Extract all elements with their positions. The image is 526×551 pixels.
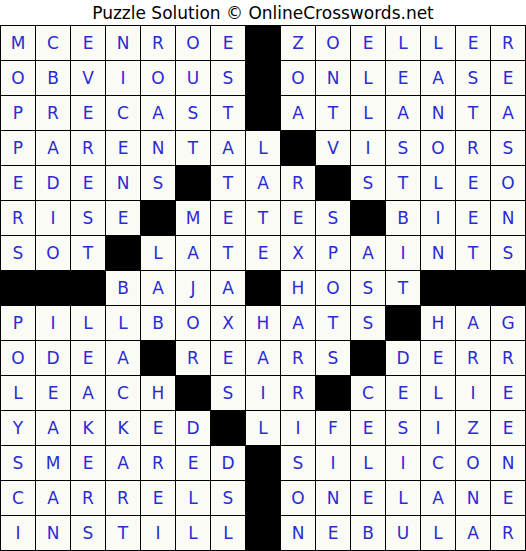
letter-cell-r4c2: A <box>36 131 70 165</box>
letter-cell-r14c10: N <box>316 481 350 515</box>
letter-cell-r4c6: T <box>176 131 210 165</box>
letter-cell-r9c14: A <box>456 306 490 340</box>
letter-cell-r11c2: E <box>36 376 70 410</box>
letter-cell-r13c14: O <box>456 446 490 480</box>
letter-cell-r4c13: O <box>421 131 455 165</box>
letter-cell-r14c2: A <box>36 481 70 515</box>
letter-cell-r13c10: I <box>316 446 350 480</box>
letter-cell-r7c6: A <box>176 236 210 270</box>
letter-cell-r12c1: Y <box>1 411 35 445</box>
block-cell-r8c1 <box>1 271 35 305</box>
letter-cell-r6c12: B <box>386 201 420 235</box>
letter-cell-r2c14: S <box>456 61 490 95</box>
block-cell-r3c8 <box>246 96 280 130</box>
letter-cell-r12c5: E <box>141 411 175 445</box>
letter-cell-r3c5: A <box>141 96 175 130</box>
letter-cell-r4c3: R <box>71 131 105 165</box>
letter-cell-r1c5: R <box>141 26 175 60</box>
block-cell-r15c8 <box>246 516 280 550</box>
letter-cell-r2c11: L <box>351 61 385 95</box>
letter-cell-r12c9: I <box>281 411 315 445</box>
letter-cell-r6c3: S <box>71 201 105 235</box>
letter-cell-r7c3: T <box>71 236 105 270</box>
letter-cell-r12c15: E <box>491 411 525 445</box>
letter-cell-r9c13: H <box>421 306 455 340</box>
letter-cell-r2c10: N <box>316 61 350 95</box>
letter-cell-r8c12: T <box>386 271 420 305</box>
letter-cell-r12c8: L <box>246 411 280 445</box>
letter-cell-r6c8: T <box>246 201 280 235</box>
letter-cell-r3c1: P <box>1 96 35 130</box>
letter-cell-r1c6: O <box>176 26 210 60</box>
letter-cell-r12c10: F <box>316 411 350 445</box>
letter-cell-r7c14: T <box>456 236 490 270</box>
letter-cell-r5c12: T <box>386 166 420 200</box>
letter-cell-r13c3: E <box>71 446 105 480</box>
letter-cell-r1c15: R <box>491 26 525 60</box>
letter-cell-r15c15: R <box>491 516 525 550</box>
letter-cell-r14c12: L <box>386 481 420 515</box>
letter-cell-r11c3: A <box>71 376 105 410</box>
letter-cell-r11c12: E <box>386 376 420 410</box>
letter-cell-r6c13: I <box>421 201 455 235</box>
letter-cell-r4c10: V <box>316 131 350 165</box>
letter-cell-r11c8: I <box>246 376 280 410</box>
letter-cell-r10c8: A <box>246 341 280 375</box>
letter-cell-r13c5: R <box>141 446 175 480</box>
letter-cell-r10c12: D <box>386 341 420 375</box>
letter-cell-r10c2: D <box>36 341 70 375</box>
letter-cell-r5c2: D <box>36 166 70 200</box>
letter-cell-r15c5: I <box>141 516 175 550</box>
letter-cell-r8c6: J <box>176 271 210 305</box>
page-title: Puzzle Solution © OnlineCrosswords.net <box>0 0 526 25</box>
letter-cell-r7c7: T <box>211 236 245 270</box>
letter-cell-r9c4: L <box>106 306 140 340</box>
letter-cell-r15c6: L <box>176 516 210 550</box>
letter-cell-r15c10: E <box>316 516 350 550</box>
letter-cell-r12c14: Z <box>456 411 490 445</box>
block-cell-r8c8 <box>246 271 280 305</box>
letter-cell-r9c9: A <box>281 306 315 340</box>
letter-cell-r10c10: S <box>316 341 350 375</box>
block-cell-r1c8 <box>246 26 280 60</box>
letter-cell-r15c14: A <box>456 516 490 550</box>
letter-cell-r6c2: I <box>36 201 70 235</box>
letter-cell-r5c15: O <box>491 166 525 200</box>
letter-cell-r5c5: S <box>141 166 175 200</box>
letter-cell-r6c14: E <box>456 201 490 235</box>
letter-cell-r14c7: S <box>211 481 245 515</box>
letter-cell-r7c1: S <box>1 236 35 270</box>
block-cell-r10c11 <box>351 341 385 375</box>
letter-cell-r3c14: T <box>456 96 490 130</box>
block-cell-r11c6 <box>176 376 210 410</box>
block-cell-r9c12 <box>386 306 420 340</box>
letter-cell-r2c13: A <box>421 61 455 95</box>
letter-cell-r4c1: P <box>1 131 35 165</box>
letter-cell-r12c6: D <box>176 411 210 445</box>
letter-cell-r15c13: L <box>421 516 455 550</box>
crossword-grid: MCENROEZOELLEROBVIOUSONLEASEPRECASTATLAN… <box>0 25 526 551</box>
letter-cell-r14c14: N <box>456 481 490 515</box>
block-cell-r5c6 <box>176 166 210 200</box>
letter-cell-r5c14: E <box>456 166 490 200</box>
block-cell-r13c8 <box>246 446 280 480</box>
letter-cell-r4c7: A <box>211 131 245 165</box>
letter-cell-r1c1: M <box>1 26 35 60</box>
letter-cell-r7c9: X <box>281 236 315 270</box>
letter-cell-r3c15: A <box>491 96 525 130</box>
letter-cell-r14c9: O <box>281 481 315 515</box>
letter-cell-r1c9: Z <box>281 26 315 60</box>
block-cell-r8c13 <box>421 271 455 305</box>
letter-cell-r3c9: A <box>281 96 315 130</box>
letter-cell-r15c11: B <box>351 516 385 550</box>
letter-cell-r3c6: S <box>176 96 210 130</box>
letter-cell-r10c14: R <box>456 341 490 375</box>
letter-cell-r3c12: A <box>386 96 420 130</box>
letter-cell-r11c1: L <box>1 376 35 410</box>
letter-cell-r15c9: N <box>281 516 315 550</box>
letter-cell-r15c1: I <box>1 516 35 550</box>
letter-cell-r14c1: C <box>1 481 35 515</box>
letter-cell-r9c2: I <box>36 306 70 340</box>
letter-cell-r11c4: C <box>106 376 140 410</box>
letter-cell-r13c9: S <box>281 446 315 480</box>
letter-cell-r4c5: N <box>141 131 175 165</box>
letter-cell-r9c11: S <box>351 306 385 340</box>
letter-cell-r6c7: E <box>211 201 245 235</box>
letter-cell-r13c7: D <box>211 446 245 480</box>
letter-cell-r3c4: C <box>106 96 140 130</box>
letter-cell-r12c4: K <box>106 411 140 445</box>
letter-cell-r8c11: S <box>351 271 385 305</box>
block-cell-r6c11 <box>351 201 385 235</box>
letter-cell-r13c2: M <box>36 446 70 480</box>
letter-cell-r2c1: O <box>1 61 35 95</box>
letter-cell-r1c3: E <box>71 26 105 60</box>
letter-cell-r7c11: A <box>351 236 385 270</box>
letter-cell-r10c7: E <box>211 341 245 375</box>
letter-cell-r14c13: A <box>421 481 455 515</box>
letter-cell-r2c3: V <box>71 61 105 95</box>
letter-cell-r13c4: A <box>106 446 140 480</box>
letter-cell-r2c4: I <box>106 61 140 95</box>
letter-cell-r6c15: N <box>491 201 525 235</box>
letter-cell-r3c3: E <box>71 96 105 130</box>
block-cell-r8c14 <box>456 271 490 305</box>
letter-cell-r3c10: T <box>316 96 350 130</box>
letter-cell-r11c5: H <box>141 376 175 410</box>
letter-cell-r4c8: L <box>246 131 280 165</box>
block-cell-r8c2 <box>36 271 70 305</box>
letter-cell-r7c15: S <box>491 236 525 270</box>
letter-cell-r14c15: E <box>491 481 525 515</box>
letter-cell-r14c11: E <box>351 481 385 515</box>
letter-cell-r10c6: R <box>176 341 210 375</box>
letter-cell-r7c10: P <box>316 236 350 270</box>
letter-cell-r9c5: B <box>141 306 175 340</box>
letter-cell-r5c11: S <box>351 166 385 200</box>
letter-cell-r13c13: C <box>421 446 455 480</box>
letter-cell-r2c12: E <box>386 61 420 95</box>
letter-cell-r3c7: T <box>211 96 245 130</box>
letter-cell-r9c1: P <box>1 306 35 340</box>
letter-cell-r1c2: C <box>36 26 70 60</box>
letter-cell-r10c3: E <box>71 341 105 375</box>
block-cell-r4c9 <box>281 131 315 165</box>
letter-cell-r4c12: S <box>386 131 420 165</box>
letter-cell-r2c15: E <box>491 61 525 95</box>
letter-cell-r11c9: R <box>281 376 315 410</box>
letter-cell-r1c10: O <box>316 26 350 60</box>
letter-cell-r1c14: E <box>456 26 490 60</box>
letter-cell-r5c8: A <box>246 166 280 200</box>
letter-cell-r9c6: O <box>176 306 210 340</box>
letter-cell-r2c9: O <box>281 61 315 95</box>
letter-cell-r11c14: I <box>456 376 490 410</box>
letter-cell-r15c4: T <box>106 516 140 550</box>
block-cell-r7c4 <box>106 236 140 270</box>
letter-cell-r9c8: H <box>246 306 280 340</box>
letter-cell-r5c7: T <box>211 166 245 200</box>
letter-cell-r4c15: S <box>491 131 525 165</box>
letter-cell-r15c7: L <box>211 516 245 550</box>
letter-cell-r2c2: B <box>36 61 70 95</box>
letter-cell-r6c10: S <box>316 201 350 235</box>
letter-cell-r5c13: L <box>421 166 455 200</box>
letter-cell-r5c9: R <box>281 166 315 200</box>
letter-cell-r3c13: N <box>421 96 455 130</box>
letter-cell-r15c3: S <box>71 516 105 550</box>
letter-cell-r8c4: B <box>106 271 140 305</box>
letter-cell-r8c5: A <box>141 271 175 305</box>
letter-cell-r13c6: E <box>176 446 210 480</box>
letter-cell-r4c11: I <box>351 131 385 165</box>
letter-cell-r11c15: E <box>491 376 525 410</box>
letter-cell-r1c11: E <box>351 26 385 60</box>
letter-cell-r8c9: H <box>281 271 315 305</box>
letter-cell-r15c12: U <box>386 516 420 550</box>
letter-cell-r6c1: R <box>1 201 35 235</box>
letter-cell-r12c11: E <box>351 411 385 445</box>
letter-cell-r6c9: E <box>281 201 315 235</box>
letter-cell-r10c9: R <box>281 341 315 375</box>
letter-cell-r3c2: R <box>36 96 70 130</box>
letter-cell-r12c3: K <box>71 411 105 445</box>
letter-cell-r14c5: E <box>141 481 175 515</box>
block-cell-r10c5 <box>141 341 175 375</box>
letter-cell-r12c13: I <box>421 411 455 445</box>
letter-cell-r4c4: E <box>106 131 140 165</box>
block-cell-r11c10 <box>316 376 350 410</box>
letter-cell-r10c15: R <box>491 341 525 375</box>
block-cell-r2c8 <box>246 61 280 95</box>
letter-cell-r1c12: L <box>386 26 420 60</box>
block-cell-r12c7 <box>211 411 245 445</box>
letter-cell-r13c1: S <box>1 446 35 480</box>
letter-cell-r14c3: R <box>71 481 105 515</box>
letter-cell-r12c2: A <box>36 411 70 445</box>
letter-cell-r7c8: E <box>246 236 280 270</box>
letter-cell-r9c10: T <box>316 306 350 340</box>
letter-cell-r6c6: M <box>176 201 210 235</box>
letter-cell-r1c4: N <box>106 26 140 60</box>
letter-cell-r11c7: S <box>211 376 245 410</box>
letter-cell-r13c15: N <box>491 446 525 480</box>
letter-cell-r9c3: L <box>71 306 105 340</box>
letter-cell-r2c7: S <box>211 61 245 95</box>
letter-cell-r8c7: A <box>211 271 245 305</box>
block-cell-r14c8 <box>246 481 280 515</box>
block-cell-r6c5 <box>141 201 175 235</box>
letter-cell-r10c13: E <box>421 341 455 375</box>
letter-cell-r10c4: A <box>106 341 140 375</box>
letter-cell-r8c10: O <box>316 271 350 305</box>
block-cell-r8c15 <box>491 271 525 305</box>
letter-cell-r1c13: L <box>421 26 455 60</box>
letter-cell-r15c2: N <box>36 516 70 550</box>
letter-cell-r2c5: O <box>141 61 175 95</box>
letter-cell-r2c6: U <box>176 61 210 95</box>
block-cell-r8c3 <box>71 271 105 305</box>
letter-cell-r13c11: L <box>351 446 385 480</box>
letter-cell-r7c12: I <box>386 236 420 270</box>
letter-cell-r7c13: N <box>421 236 455 270</box>
letter-cell-r5c3: E <box>71 166 105 200</box>
letter-cell-r5c1: E <box>1 166 35 200</box>
letter-cell-r14c4: R <box>106 481 140 515</box>
letter-cell-r6c4: E <box>106 201 140 235</box>
letter-cell-r13c12: I <box>386 446 420 480</box>
letter-cell-r3c11: L <box>351 96 385 130</box>
letter-cell-r5c4: N <box>106 166 140 200</box>
block-cell-r5c10 <box>316 166 350 200</box>
letter-cell-r4c14: R <box>456 131 490 165</box>
letter-cell-r9c15: G <box>491 306 525 340</box>
letter-cell-r11c13: L <box>421 376 455 410</box>
letter-cell-r11c11: C <box>351 376 385 410</box>
letter-cell-r7c5: L <box>141 236 175 270</box>
letter-cell-r9c7: X <box>211 306 245 340</box>
letter-cell-r1c7: E <box>211 26 245 60</box>
letter-cell-r12c12: S <box>386 411 420 445</box>
letter-cell-r7c2: O <box>36 236 70 270</box>
letter-cell-r14c6: L <box>176 481 210 515</box>
letter-cell-r10c1: O <box>1 341 35 375</box>
